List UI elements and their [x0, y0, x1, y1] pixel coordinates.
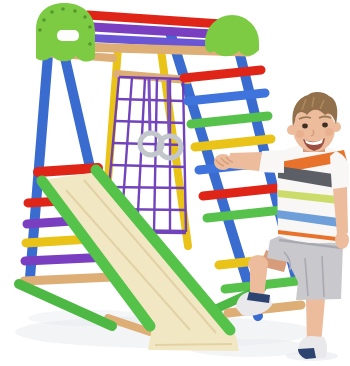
cheek-left — [296, 130, 304, 138]
panel-dot — [42, 18, 46, 22]
rung-green — [207, 210, 282, 218]
rung-wood — [24, 277, 113, 281]
boy-left-forearm — [228, 152, 262, 171]
climbing-frame-scene — [0, 0, 350, 366]
boy-knee — [248, 255, 268, 273]
panel-dot — [83, 15, 87, 19]
ring-strap — [168, 80, 169, 136]
grain-line — [155, 344, 232, 345]
net-rope — [109, 187, 185, 188]
panel-dot — [88, 42, 92, 46]
boy-right-sleeve — [330, 151, 349, 191]
panel-dot — [50, 10, 54, 14]
boy-right-hand — [335, 231, 349, 249]
eye-left — [302, 124, 308, 129]
product-photo — [0, 0, 350, 366]
cheek-right — [325, 128, 333, 136]
panel-handle-hole — [57, 30, 79, 41]
boy-left-hand — [214, 154, 232, 170]
panel-dot — [38, 28, 42, 32]
ring-strap — [149, 79, 150, 133]
slide-platform-bar-red — [38, 168, 98, 172]
panel-dot — [73, 9, 77, 13]
panel-dot — [88, 25, 92, 29]
panel-dot — [61, 7, 65, 11]
eye-right — [322, 123, 328, 128]
